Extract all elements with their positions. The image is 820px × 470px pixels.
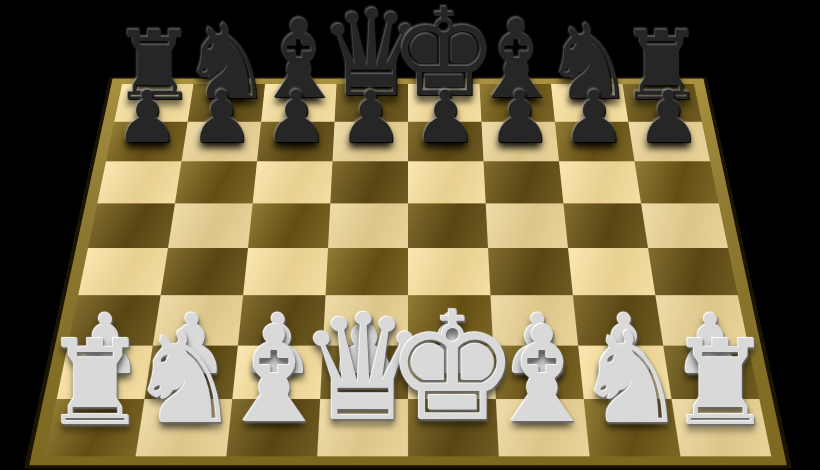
square-g4[interactable]	[568, 248, 655, 295]
square-c6[interactable]	[253, 161, 333, 203]
square-e6[interactable]	[408, 161, 486, 203]
piece-white-rook[interactable]: ♜	[668, 324, 774, 442]
square-b6[interactable]	[175, 161, 257, 203]
square-h4[interactable]	[648, 248, 738, 295]
square-h6[interactable]	[635, 161, 719, 203]
square-f5[interactable]	[486, 203, 568, 248]
chess-app-viewport: ♜♞♝♛♚♝♞♜♟♟♟♟♟♟♟♟♟♟♟♟♟♟♟♟♜♞♝♛♚♝♞♜	[0, 0, 820, 470]
square-d6[interactable]	[330, 161, 408, 203]
square-a4[interactable]	[78, 248, 168, 295]
piece-black-pawn[interactable]: ♟	[487, 81, 552, 153]
piece-black-pawn[interactable]: ♟	[264, 81, 329, 153]
piece-black-pawn[interactable]: ♟	[115, 81, 180, 153]
square-g6[interactable]	[559, 161, 641, 203]
piece-black-pawn[interactable]: ♟	[339, 81, 404, 153]
square-a6[interactable]	[97, 161, 181, 203]
piece-black-pawn[interactable]: ♟	[636, 81, 701, 153]
piece-black-pawn[interactable]: ♟	[562, 81, 627, 153]
piece-black-pawn[interactable]: ♟	[413, 81, 478, 153]
square-b4[interactable]	[161, 248, 248, 295]
square-g5[interactable]	[563, 203, 648, 248]
square-b5[interactable]	[168, 203, 253, 248]
square-a5[interactable]	[88, 203, 175, 248]
square-e5[interactable]	[408, 203, 488, 248]
square-c5[interactable]	[248, 203, 330, 248]
square-d5[interactable]	[328, 203, 408, 248]
square-f6[interactable]	[484, 161, 564, 203]
piece-black-pawn[interactable]: ♟	[190, 81, 255, 153]
square-h5[interactable]	[641, 203, 728, 248]
